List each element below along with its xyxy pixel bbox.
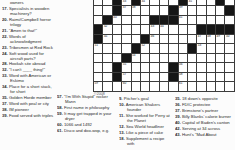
grid-cell[interactable] [150, 63, 158, 72]
clue-item: 61. Disco and doo-wop, e.g. [57, 129, 114, 134]
grid-cell[interactable] [132, 82, 140, 91]
grid-cell[interactable] [188, 16, 196, 25]
clue-number: 60. [57, 122, 63, 127]
cell-number: 40 [113, 16, 116, 19]
black-cell [216, 25, 224, 34]
clue-number: 32. [2, 67, 8, 72]
clue-item: 60. 1066 and 1492 [57, 123, 114, 128]
cell-number: 59 [95, 82, 98, 85]
grid-cell[interactable] [225, 16, 233, 25]
across-clues-continued: 57. "I'm With Stupid" rocker Mann58. Fir… [57, 95, 114, 150]
clue-number: 23. [2, 45, 8, 50]
grid-cell[interactable] [169, 44, 177, 53]
cell-number: 50 [226, 35, 229, 38]
clue-item: 10. American Shakers founder [119, 103, 172, 113]
grid-cell[interactable] [94, 6, 102, 15]
black-cell [216, 0, 224, 5]
black-cell [132, 0, 140, 5]
grid-cell[interactable] [207, 6, 215, 15]
grid-cell[interactable]: 49 [216, 35, 224, 44]
grid-cell[interactable] [225, 82, 233, 91]
crossword-grid: 3334353738394041424344454647484950515253… [93, 0, 235, 92]
cell-number: 49 [217, 35, 220, 38]
cell-number: 53 [198, 44, 201, 47]
grid-cell[interactable]: 33 [122, 0, 130, 5]
clue-number: 22. [2, 34, 8, 39]
black-cell [169, 16, 177, 25]
grid-cell[interactable] [103, 73, 111, 82]
grid-cell[interactable] [216, 82, 224, 91]
grid-cell[interactable] [141, 63, 149, 72]
cell-number: 55 [123, 63, 126, 66]
grid-cell[interactable] [94, 0, 102, 5]
grid-cell[interactable] [207, 44, 215, 53]
grid-cell[interactable] [188, 6, 196, 15]
grid-cell[interactable] [94, 63, 102, 72]
grid-cell[interactable]: 42 [103, 25, 111, 34]
grid-cell[interactable] [225, 63, 233, 72]
black-cell [207, 25, 215, 34]
cell-number: 44 [160, 25, 163, 28]
grid-cell[interactable]: 53 [197, 44, 205, 53]
grid-cell[interactable] [197, 6, 205, 15]
grid-cell[interactable] [122, 35, 130, 44]
grid-cell[interactable] [197, 73, 205, 82]
grid-cell[interactable] [150, 6, 158, 15]
clue-number: 21. [2, 28, 8, 33]
clue-number: 39. [175, 114, 181, 119]
cell-number: 33 [123, 0, 126, 3]
clue-item: 57. "I'm With Stupid" rocker Mann [57, 95, 114, 105]
cell-number: 54 [132, 54, 135, 57]
grid-cell[interactable] [132, 25, 140, 34]
grid-cell[interactable] [160, 63, 168, 72]
clue-number: 40. [175, 120, 181, 125]
across-clues-column: owners17. Specialists in wooden machiner… [2, 1, 57, 149]
grid-cell[interactable] [103, 0, 111, 5]
black-cell [188, 44, 196, 53]
cell-number: 51 [95, 44, 98, 47]
grid-cell[interactable]: 58 [179, 73, 187, 82]
grid-cell[interactable] [188, 25, 196, 34]
grid-cell[interactable] [160, 6, 168, 15]
black-cell [160, 16, 168, 25]
clue-number: 9. [119, 97, 123, 101]
grid-cell[interactable]: 61 [179, 82, 187, 91]
clue-item: 33. Word with American or Eskimo [2, 74, 57, 84]
grid-cell[interactable] [216, 6, 224, 15]
grid-cell[interactable] [113, 44, 121, 53]
grid-cell[interactable] [179, 54, 187, 63]
clue-number: 37. [175, 108, 181, 113]
clue-item: 21. "Amen to that!" [2, 29, 57, 34]
cell-number: 35 [188, 0, 191, 3]
grid-cell[interactable] [197, 63, 205, 72]
grid-cell[interactable] [188, 35, 196, 44]
clue-number: 28. [2, 61, 8, 66]
clue-item: 11. She worked for Perry at the Planet [119, 114, 172, 124]
cell-number: 43 [151, 25, 154, 28]
clue-number: 35. [2, 95, 8, 100]
clue-number: 11. [119, 113, 125, 118]
black-cell [103, 16, 111, 25]
black-cell [197, 25, 205, 34]
grid-cell[interactable] [150, 0, 158, 5]
clue-number: 42. [175, 126, 181, 131]
clue-item: 23. Tribesmen at Red Rock [2, 46, 57, 51]
clue-number: 39. [2, 113, 8, 118]
grid-cell[interactable] [188, 73, 196, 82]
clue-number: 34. [2, 84, 8, 89]
cell-number: 46 [151, 35, 154, 38]
cell-number: 34 [141, 0, 144, 3]
grid-cell[interactable]: 35 [188, 0, 196, 5]
cell-number: 60 [123, 82, 126, 85]
grid-cell[interactable]: 46 [150, 35, 158, 44]
grid-cell[interactable] [94, 16, 102, 25]
clue-number: 61. [57, 128, 63, 133]
clue-item: 22. Words of acknowledgment [2, 35, 57, 45]
clue-item: 17. Specialists in wooden machinery? [2, 7, 57, 17]
grid-cell[interactable] [197, 16, 205, 25]
clue-number: 18. [119, 136, 125, 141]
clue-number: 36. [175, 102, 181, 107]
grid-cell[interactable] [169, 25, 177, 34]
clue-number: 13. [119, 130, 125, 135]
grid-cell[interactable] [141, 73, 149, 82]
grid-cell[interactable] [188, 82, 196, 91]
grid-cell[interactable]: 47 [197, 35, 205, 44]
grid-cell[interactable] [94, 73, 102, 82]
cell-number: 42 [104, 25, 107, 28]
grid-cell[interactable] [103, 63, 111, 72]
grid-cell[interactable]: 40 [113, 16, 121, 25]
grid-cell[interactable] [188, 63, 196, 72]
grid-cell[interactable] [113, 82, 121, 91]
grid-cell[interactable] [132, 35, 140, 44]
clue-number: 20. [2, 17, 8, 22]
grid-cell[interactable]: 50 [225, 35, 233, 44]
grid-cell[interactable] [188, 54, 196, 63]
grid-cell[interactable] [103, 6, 111, 15]
grid-cell[interactable]: 41 [179, 16, 187, 25]
clue-item: 13. Like a piece of cake [119, 131, 172, 136]
grid-cell[interactable] [103, 54, 111, 63]
grid-cell[interactable] [94, 54, 102, 63]
grid-cell[interactable] [122, 16, 130, 25]
clue-number: 12. [119, 124, 125, 129]
grid-cell[interactable] [169, 82, 177, 91]
black-cell [150, 16, 158, 25]
clue-item: 20. Raimi/Campbell horror trilogy [2, 18, 57, 28]
grid-cell[interactable]: 48 [207, 35, 215, 44]
grid-cell[interactable] [169, 35, 177, 44]
cell-number: 45 [104, 35, 107, 38]
grid-cell[interactable]: 59 [94, 82, 102, 91]
grid-cell[interactable] [169, 0, 177, 5]
clue-number: 35. [175, 97, 181, 101]
grid-cell[interactable]: 39 [179, 6, 187, 15]
grid-cell[interactable] [216, 44, 224, 53]
cell-number: 47 [198, 35, 201, 38]
grid-cell[interactable] [150, 54, 158, 63]
clue-number: 37. [2, 101, 8, 106]
black-cell [169, 63, 177, 72]
clue-number: 17. [2, 6, 8, 11]
grid-cell[interactable] [216, 63, 224, 72]
clue-number: 58. [57, 105, 63, 110]
black-cell [113, 0, 121, 5]
black-cell [225, 6, 233, 15]
grid-cell[interactable] [141, 82, 149, 91]
black-cell [169, 6, 177, 15]
grid-cell[interactable] [225, 54, 233, 63]
cell-number: 38 [132, 6, 135, 9]
cell-number: 48 [207, 35, 210, 38]
black-cell [113, 63, 121, 72]
black-cell [94, 35, 102, 44]
grid-cell[interactable]: 56 [179, 63, 187, 72]
grid-cell[interactable] [103, 82, 111, 91]
grid-cell[interactable] [160, 35, 168, 44]
cell-number: 56 [179, 63, 182, 66]
grid-cell[interactable] [216, 73, 224, 82]
black-cell [122, 54, 130, 63]
grid-cell[interactable]: 44 [160, 25, 168, 34]
grid-cell[interactable] [113, 25, 121, 34]
grid-cell[interactable] [207, 0, 215, 5]
grid-cell[interactable] [225, 44, 233, 53]
cell-number: 39 [179, 6, 182, 9]
grid-cell[interactable] [197, 82, 205, 91]
grid-cell[interactable] [103, 44, 111, 53]
grid-cell[interactable]: 43 [150, 25, 158, 34]
grid-cell[interactable] [141, 54, 149, 63]
clue-number: 10. [119, 102, 125, 107]
grid-cell[interactable] [216, 16, 224, 25]
grid-cell[interactable] [150, 73, 158, 82]
grid-cell[interactable]: 45 [103, 35, 111, 44]
grid-cell[interactable] [150, 82, 158, 91]
grid-cell[interactable] [113, 54, 121, 63]
clue-number: 59. [57, 111, 63, 116]
black-cell [225, 25, 233, 34]
cell-number: 58 [179, 73, 182, 76]
grid-cell[interactable] [160, 44, 168, 53]
clue-number: 57. [57, 95, 63, 99]
clue-item: 42. Serving at 34 across [175, 127, 234, 132]
cell-number: 41 [179, 16, 182, 19]
grid-cell[interactable] [150, 44, 158, 53]
clue-item: 24. Soft wood used for aircraft parts? [2, 52, 57, 62]
black-cell [169, 73, 177, 82]
grid-cell[interactable]: 55 [122, 63, 130, 72]
grid-cell[interactable] [197, 0, 205, 5]
grid-cell[interactable]: 54 [132, 54, 140, 63]
grid-cell[interactable] [207, 73, 215, 82]
black-cell [113, 6, 121, 15]
grid-cell[interactable] [141, 16, 149, 25]
grid-cell[interactable] [225, 73, 233, 82]
clue-item: 39. Food served with triples [2, 114, 57, 119]
grid-cell[interactable] [160, 73, 168, 82]
grid-cell[interactable] [132, 16, 140, 25]
clue-item: 12. Sea World headliner [119, 125, 172, 130]
clue-number: 33. [2, 73, 8, 78]
grid-cell[interactable] [132, 63, 140, 72]
grid-cell[interactable] [207, 54, 215, 63]
grid-cell[interactable] [179, 25, 187, 34]
clue-item: 59. It may get trapped in your dryer [57, 112, 114, 122]
grid-cell[interactable]: 38 [132, 6, 140, 15]
grid-cell[interactable]: 57 [122, 73, 130, 82]
grid-cell[interactable]: 60 [122, 82, 130, 91]
cell-number: 37 [123, 6, 126, 9]
grid-cell[interactable] [207, 16, 215, 25]
grid-cell[interactable] [141, 6, 149, 15]
clue-item: 18. Supplement a recipe with [119, 137, 172, 147]
grid-cell[interactable]: 51 [94, 44, 102, 53]
down-clues-column-2: 35. 18 down's opposite36. FDIC protectee… [175, 97, 234, 150]
grid-cell[interactable] [169, 54, 177, 63]
clue-number: 38. [2, 107, 8, 112]
cell-number: 61 [179, 82, 182, 85]
clue-item: 34. Place for a short stack, for short [2, 85, 57, 95]
cell-number: 57 [123, 73, 126, 76]
grid-cell[interactable] [179, 35, 187, 44]
cell-number: 52 [141, 44, 144, 47]
black-cell [179, 0, 187, 5]
black-cell [94, 25, 102, 34]
clue-number: 43. [175, 132, 181, 137]
grid-cell[interactable] [197, 54, 205, 63]
grid-cell[interactable] [160, 54, 168, 63]
grid-cell[interactable] [179, 44, 187, 53]
grid-cell[interactable] [122, 25, 130, 34]
grid-cell[interactable] [207, 63, 215, 72]
grid-cell[interactable] [113, 35, 121, 44]
grid-cell[interactable] [141, 25, 149, 34]
grid-cell[interactable] [225, 0, 233, 5]
black-cell [132, 44, 140, 53]
grid-cell[interactable] [207, 82, 215, 91]
grid-cell[interactable] [132, 73, 140, 82]
clue-item: 43. Hunt's "Mad About [175, 133, 234, 138]
grid-cell[interactable]: 52 [141, 44, 149, 53]
grid-cell[interactable]: 37 [122, 6, 130, 15]
down-clues-column-1: 9. Pitcher's goal10. American Shakers fo… [119, 97, 172, 150]
grid-cell[interactable] [122, 44, 130, 53]
grid-cell[interactable] [216, 54, 224, 63]
grid-cell[interactable]: 34 [141, 0, 149, 5]
black-cell [113, 73, 121, 82]
clue-number: 24. [2, 51, 8, 56]
grid-cell[interactable] [160, 0, 168, 5]
grid-cell[interactable] [160, 82, 168, 91]
black-cell [141, 35, 149, 44]
